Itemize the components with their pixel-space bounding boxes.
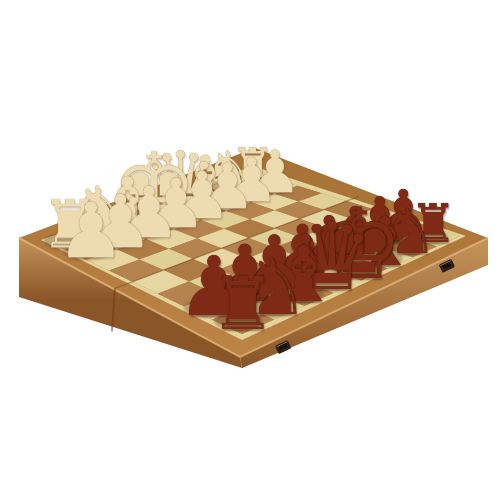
piece-white-pawn-h2[interactable]: ♟ bbox=[53, 193, 129, 269]
piece-black-rook-h8[interactable]: ♜ bbox=[206, 267, 279, 340]
pieces-layer: ♜♟♞♟♝♟♛♟♚♟♝♟♟♞♜♟♟♜♞♟♟♝♟♚♟♛♟♝♟♞♟♜ bbox=[0, 0, 500, 500]
chess-set-product-photo: ♜♟♞♟♝♟♛♟♚♟♝♟♟♞♜♟♟♜♞♟♟♝♟♚♟♛♟♝♟♞♟♜ bbox=[0, 0, 500, 500]
